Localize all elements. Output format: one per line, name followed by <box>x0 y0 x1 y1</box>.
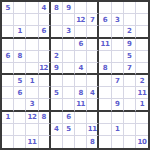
cell-r1c1-given: 5 <box>2 2 14 14</box>
cell-r11c4-empty[interactable] <box>39 124 51 136</box>
cell-r10c12-empty[interactable] <box>136 112 148 124</box>
cell-r2c10-given: 3 <box>112 14 124 26</box>
cell-r3c1-empty[interactable] <box>2 26 14 38</box>
cell-r2c3-empty[interactable] <box>26 14 38 26</box>
cell-r10c3-given: 12 <box>26 112 38 124</box>
cell-r9c4-empty[interactable] <box>39 99 51 111</box>
cell-r7c10-given: 7 <box>112 75 124 87</box>
cell-r2c5-empty[interactable] <box>51 14 63 26</box>
cell-r3c3-empty[interactable] <box>26 26 38 38</box>
cell-r8c10-empty[interactable] <box>112 87 124 99</box>
cell-r10c9-empty[interactable] <box>99 112 111 124</box>
cell-r8c8-given: 4 <box>87 87 99 99</box>
cell-r11c11-empty[interactable] <box>124 124 136 136</box>
cell-r4c5-empty[interactable] <box>51 39 63 51</box>
cell-r5c8-empty[interactable] <box>87 51 99 63</box>
cell-r7c3-given: 1 <box>26 75 38 87</box>
cell-r3c6-given: 3 <box>63 26 75 38</box>
cell-r11c8-given: 11 <box>87 124 99 136</box>
cell-r5c3-empty[interactable] <box>26 51 38 63</box>
cell-r2c6-empty[interactable] <box>63 14 75 26</box>
cell-r5c1-given: 6 <box>2 51 14 63</box>
cell-r1c3-empty[interactable] <box>26 2 38 14</box>
cell-r7c9-empty[interactable] <box>99 75 111 87</box>
cell-r4c6-empty[interactable] <box>63 39 75 51</box>
cell-r10c1-given: 1 <box>2 112 14 124</box>
cell-r5c10-empty[interactable] <box>112 51 124 63</box>
cell-r7c4-empty[interactable] <box>39 75 51 87</box>
cell-r2c2-empty[interactable] <box>14 14 26 26</box>
cell-r12c11-empty[interactable] <box>124 136 136 148</box>
cell-r1c12-empty[interactable] <box>136 2 148 14</box>
cell-r9c10-given: 9 <box>112 99 124 111</box>
cell-r12c8-given: 8 <box>87 136 99 148</box>
cell-r6c3-empty[interactable] <box>26 63 38 75</box>
cell-r6c1-empty[interactable] <box>2 63 14 75</box>
cell-r4c1-empty[interactable] <box>2 39 14 51</box>
cell-r6c5-given: 9 <box>51 63 63 75</box>
cell-r8c4-empty[interactable] <box>39 87 51 99</box>
cell-r8c5-given: 5 <box>51 87 63 99</box>
cell-r12c9-empty[interactable] <box>99 136 111 148</box>
cell-r9c11-empty[interactable] <box>124 99 136 111</box>
cell-r2c11-empty[interactable] <box>124 14 136 26</box>
cell-r2c1-empty[interactable] <box>2 14 14 26</box>
cell-r1c11-empty[interactable] <box>124 2 136 14</box>
cell-r5c5-given: 2 <box>51 51 63 63</box>
cell-r1c9-empty[interactable] <box>99 2 111 14</box>
cell-r8c11-empty[interactable] <box>124 87 136 99</box>
cell-r12c10-empty[interactable] <box>112 136 124 148</box>
cell-r8c6-empty[interactable] <box>63 87 75 99</box>
cell-r11c5-given: 4 <box>51 124 63 136</box>
cell-r5c6-empty[interactable] <box>63 51 75 63</box>
cell-r7c1-empty[interactable] <box>2 75 14 87</box>
cell-r3c11-given: 2 <box>124 26 136 38</box>
cell-r4c3-empty[interactable] <box>26 39 38 51</box>
cell-r1c6-given: 9 <box>63 2 75 14</box>
cell-r8c12-given: 11 <box>136 87 148 99</box>
cell-r5c4-empty[interactable] <box>39 51 51 63</box>
cell-r12c2-empty[interactable] <box>14 136 26 148</box>
cell-r4c4-empty[interactable] <box>39 39 51 51</box>
cell-r3c9-empty[interactable] <box>99 26 111 38</box>
cell-r7c11-empty[interactable] <box>124 75 136 87</box>
cell-r11c6-given: 5 <box>63 124 75 136</box>
cell-r12c6-empty[interactable] <box>63 136 75 148</box>
cell-r2c9-given: 6 <box>99 14 111 26</box>
cell-r2c12-empty[interactable] <box>136 14 148 26</box>
cell-r9c6-empty[interactable] <box>63 99 75 111</box>
cell-r10c2-empty[interactable] <box>14 112 26 124</box>
cell-r1c4-given: 4 <box>39 2 51 14</box>
cell-r10c10-empty[interactable] <box>112 112 124 124</box>
cell-r6c10-empty[interactable] <box>112 63 124 75</box>
cell-r1c5-given: 8 <box>51 2 63 14</box>
cell-r11c9-empty[interactable] <box>99 124 111 136</box>
cell-r6c4-given: 12 <box>39 63 51 75</box>
cell-r3c12-empty[interactable] <box>136 26 148 38</box>
cell-r6c6-empty[interactable] <box>63 63 75 75</box>
cell-r11c7-empty[interactable] <box>75 124 87 136</box>
cell-r9c2-empty[interactable] <box>14 99 26 111</box>
cell-r10c8-empty[interactable] <box>87 112 99 124</box>
cell-r2c4-empty[interactable] <box>39 14 51 26</box>
cell-r5c11-given: 5 <box>124 51 136 63</box>
cell-r1c7-empty[interactable] <box>75 2 87 14</box>
cell-r2c7-given: 12 <box>75 14 87 26</box>
cell-r8c2-given: 6 <box>14 87 26 99</box>
cell-r4c2-empty[interactable] <box>14 39 26 51</box>
cell-r11c1-empty[interactable] <box>2 124 14 136</box>
cell-r9c8-empty[interactable] <box>87 99 99 111</box>
cell-r11c2-empty[interactable] <box>14 124 26 136</box>
cell-r8c9-empty[interactable] <box>99 87 111 99</box>
cell-r12c5-empty[interactable] <box>51 136 63 148</box>
cell-r3c4-given: 6 <box>39 26 51 38</box>
cell-r5c2-given: 8 <box>14 51 26 63</box>
cell-r3c5-empty[interactable] <box>51 26 63 38</box>
cell-r12c7-empty[interactable] <box>75 136 87 148</box>
cell-r9c1-empty[interactable] <box>2 99 14 111</box>
cell-r4c9-given: 11 <box>99 39 111 51</box>
cell-r7c6-empty[interactable] <box>63 75 75 87</box>
cell-r6c12-empty[interactable] <box>136 63 148 75</box>
cell-r10c6-given: 6 <box>63 112 75 124</box>
cell-r4c8-empty[interactable] <box>87 39 99 51</box>
cell-r7c12-given: 2 <box>136 75 148 87</box>
cell-r4c12-empty[interactable] <box>136 39 148 51</box>
sudoku-grid: 5489127631632611968251294875172658411311… <box>2 2 148 148</box>
cell-r10c7-empty[interactable] <box>75 112 87 124</box>
cell-r5c9-empty[interactable] <box>99 51 111 63</box>
cell-r6c2-empty[interactable] <box>14 63 26 75</box>
cell-r6c9-given: 8 <box>99 63 111 75</box>
cell-r1c2-empty[interactable] <box>14 2 26 14</box>
cell-r8c7-given: 8 <box>75 87 87 99</box>
cell-r7c7-empty[interactable] <box>75 75 87 87</box>
cell-r10c11-empty[interactable] <box>124 112 136 124</box>
cell-r3c10-empty[interactable] <box>112 26 124 38</box>
cell-r7c8-empty[interactable] <box>87 75 99 87</box>
cell-r11c3-empty[interactable] <box>26 124 38 136</box>
cell-r3c2-given: 1 <box>14 26 26 38</box>
cell-r7c2-given: 5 <box>14 75 26 87</box>
cell-r3c8-empty[interactable] <box>87 26 99 38</box>
cell-r11c10-given: 1 <box>112 124 124 136</box>
cell-r6c11-given: 7 <box>124 63 136 75</box>
cell-r8c3-empty[interactable] <box>26 87 38 99</box>
cell-r4c7-given: 6 <box>75 39 87 51</box>
cell-r12c4-empty[interactable] <box>39 136 51 148</box>
cell-r6c8-empty[interactable] <box>87 63 99 75</box>
cell-r1c8-empty[interactable] <box>87 2 99 14</box>
cell-r1c10-empty[interactable] <box>112 2 124 14</box>
cell-r10c4-given: 8 <box>39 112 51 124</box>
cell-r6c7-given: 4 <box>75 63 87 75</box>
cell-r4c11-given: 9 <box>124 39 136 51</box>
cell-r9c5-empty[interactable] <box>51 99 63 111</box>
cell-r9c12-given: 1 <box>136 99 148 111</box>
cell-r5c7-empty[interactable] <box>75 51 87 63</box>
cell-r7c5-empty[interactable] <box>51 75 63 87</box>
cell-r9c3-given: 3 <box>26 99 38 111</box>
cell-r9c7-given: 11 <box>75 99 87 111</box>
cell-r8c1-empty[interactable] <box>2 87 14 99</box>
cell-r5c12-empty[interactable] <box>136 51 148 63</box>
cell-r12c1-empty[interactable] <box>2 136 14 148</box>
cell-r2c8-given: 7 <box>87 14 99 26</box>
cell-r9c9-empty[interactable] <box>99 99 111 111</box>
cell-r3c7-empty[interactable] <box>75 26 87 38</box>
cell-r12c3-given: 11 <box>26 136 38 148</box>
sudoku-board: 5489127631632611968251294875172658411311… <box>0 0 150 150</box>
cell-r12c12-given: 10 <box>136 136 148 148</box>
cell-r10c5-empty[interactable] <box>51 112 63 124</box>
cell-r4c10-empty[interactable] <box>112 39 124 51</box>
cell-r11c12-empty[interactable] <box>136 124 148 136</box>
